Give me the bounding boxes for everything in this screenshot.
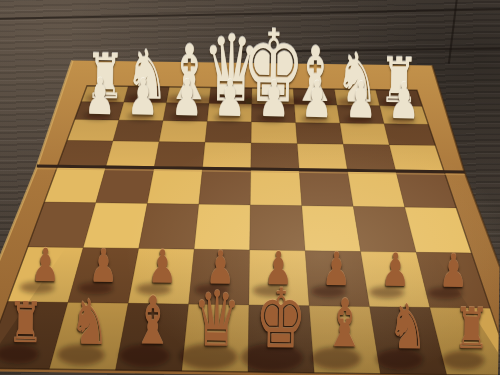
brown-pawn-2[interactable]: ♟ xyxy=(87,242,120,288)
brown-pawn-1[interactable]: ♟ xyxy=(29,242,62,288)
chess-set-photo: ♜♞♝♛♚♝♞♜♟♟♟♟♟♟♟♟♟♟♟♟♟♟♟♟♜♞♝♛♚♝♞♜ xyxy=(0,0,500,375)
brown-rook-8[interactable]: ♜ xyxy=(452,301,492,358)
cream-pawn-3[interactable]: ♟ xyxy=(169,73,205,123)
brown-knight-2[interactable]: ♞ xyxy=(67,291,111,354)
cream-pawn-5[interactable]: ♟ xyxy=(256,74,292,124)
brown-pawn-7[interactable]: ♟ xyxy=(379,246,412,292)
cream-pawn-1[interactable]: ♟ xyxy=(82,72,118,122)
cream-pawn-8[interactable]: ♟ xyxy=(386,76,422,126)
cream-pawn-4[interactable]: ♟ xyxy=(212,74,248,124)
brown-bishop-6[interactable]: ♝ xyxy=(321,291,368,358)
brown-knight-7[interactable]: ♞ xyxy=(386,296,430,359)
chess-board-wrap: ♜♞♝♛♚♝♞♜♟♟♟♟♟♟♟♟♟♟♟♟♟♟♟♟♜♞♝♛♚♝♞♜ xyxy=(0,0,500,375)
brown-bishop-3[interactable]: ♝ xyxy=(130,289,177,356)
cream-pawn-7[interactable]: ♟ xyxy=(343,76,379,126)
cream-pawn-6[interactable]: ♟ xyxy=(299,75,335,125)
brown-king-5[interactable]: ♚ xyxy=(251,278,310,361)
brown-rook-1[interactable]: ♜ xyxy=(6,295,46,352)
cream-pawn-2[interactable]: ♟ xyxy=(125,73,161,123)
brown-pawn-8[interactable]: ♟ xyxy=(437,247,470,293)
brown-queen-4[interactable]: ♛ xyxy=(190,282,244,359)
